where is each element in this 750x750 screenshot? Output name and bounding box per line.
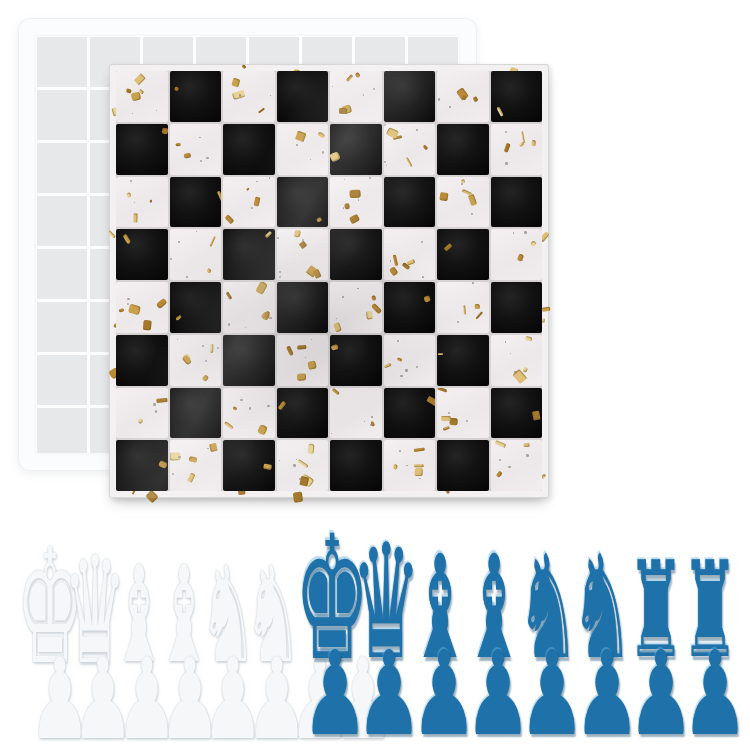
gold-flake — [156, 298, 167, 309]
dark-speck — [170, 258, 172, 260]
gold-flake — [475, 311, 482, 319]
gold-flake — [330, 344, 338, 351]
dark-square — [437, 124, 489, 175]
gold-flake — [475, 304, 480, 309]
dark-square — [491, 388, 543, 439]
gold-flake — [354, 72, 361, 79]
blue-pawn: ♟ — [682, 636, 749, 750]
light-square — [384, 124, 436, 175]
dark-speck — [342, 296, 344, 298]
dark-square — [330, 440, 382, 491]
gold-flake — [297, 459, 309, 468]
dark-speck — [127, 298, 129, 300]
gold-flake — [241, 64, 246, 69]
gold-flake — [330, 152, 341, 162]
dark-speck — [406, 465, 408, 467]
gold-flake — [396, 357, 402, 362]
gold-flake — [438, 353, 443, 355]
dark-square — [491, 282, 543, 333]
dark-speck — [457, 321, 459, 323]
gold-flake — [406, 258, 415, 265]
light-square — [116, 282, 168, 333]
light-square — [330, 282, 382, 333]
gold-flake — [174, 86, 179, 91]
dark-speck — [384, 124, 386, 126]
dark-speck — [513, 232, 515, 234]
gold-flake — [371, 295, 376, 301]
dark-speck — [270, 95, 271, 96]
dark-speck — [269, 317, 272, 320]
gold-flake — [384, 363, 392, 369]
dark-square — [437, 229, 489, 280]
dark-speck — [505, 131, 507, 133]
dark-speck — [421, 241, 423, 243]
dark-speck — [269, 177, 271, 179]
dark-speck — [438, 98, 441, 101]
dark-square — [277, 71, 329, 122]
dark-speck — [279, 276, 281, 278]
dark-square — [223, 124, 275, 175]
light-square — [277, 440, 329, 491]
gold-flake — [297, 374, 306, 381]
gold-flake — [258, 107, 265, 113]
dark-speck — [422, 276, 424, 278]
dark-speck — [526, 454, 529, 457]
dark-speck — [514, 371, 516, 373]
gold-flake — [287, 345, 295, 356]
light-square — [491, 440, 543, 491]
light-square — [437, 177, 489, 228]
dark-speck — [305, 357, 306, 358]
dark-speck — [344, 179, 345, 180]
gold-flake — [415, 468, 423, 476]
gold-flake — [209, 443, 217, 453]
gold-flake — [122, 234, 130, 244]
chessboard-grid — [116, 71, 542, 491]
gold-flake — [217, 190, 221, 201]
gold-flake — [149, 199, 152, 203]
dark-speck — [390, 260, 391, 261]
gold-flake — [414, 464, 424, 467]
light-square — [384, 440, 436, 491]
light-square — [277, 124, 329, 175]
gold-flake — [422, 145, 428, 151]
dark-square — [330, 124, 382, 175]
dark-square — [170, 177, 222, 228]
gold-flake — [118, 308, 124, 312]
dark-speck — [279, 271, 281, 273]
light-square — [170, 229, 222, 280]
gold-flake — [437, 388, 447, 394]
light-square — [223, 177, 275, 228]
dark-speck — [386, 165, 387, 166]
gold-flake — [496, 106, 503, 116]
dark-speck — [277, 237, 279, 239]
gold-flake — [265, 231, 272, 238]
dark-speck — [376, 310, 378, 312]
dark-speck — [130, 180, 132, 182]
dark-speck — [499, 459, 501, 461]
dark-speck — [449, 106, 451, 108]
light-square — [170, 124, 222, 175]
dark-speck — [322, 151, 325, 154]
light-square — [223, 388, 275, 439]
light-square — [170, 440, 222, 491]
light-square — [116, 388, 168, 439]
dark-speck — [369, 177, 371, 179]
gold-flake — [495, 440, 506, 447]
gold-flake — [133, 213, 137, 222]
dark-speck — [373, 88, 375, 90]
dark-speck — [217, 347, 219, 349]
gold-flake — [308, 443, 315, 454]
gold-flake — [128, 304, 141, 315]
dark-square — [491, 71, 543, 122]
light-square — [437, 388, 489, 439]
light-square — [277, 335, 329, 386]
dark-square — [330, 335, 382, 386]
dark-speck — [155, 410, 157, 412]
dark-speck — [127, 303, 129, 305]
dark-square — [384, 71, 436, 122]
gold-flake — [253, 197, 260, 207]
dark-speck — [405, 369, 407, 371]
dark-speck — [363, 94, 364, 95]
dark-square — [116, 124, 168, 175]
gold-flake — [440, 192, 449, 201]
gold-flake — [175, 143, 180, 146]
dark-speck — [510, 353, 511, 354]
light-square — [491, 229, 543, 280]
gold-flake — [130, 91, 141, 101]
dark-speck — [416, 129, 418, 131]
gold-flake — [138, 418, 144, 424]
gold-flake — [524, 443, 530, 447]
gold-flake — [298, 241, 306, 249]
gold-flake — [226, 291, 233, 299]
dark-speck — [178, 456, 181, 459]
gold-flake — [187, 472, 195, 482]
gold-flake — [313, 269, 322, 279]
dark-speck — [522, 260, 523, 261]
gold-flake — [225, 214, 235, 224]
gold-flake — [294, 230, 301, 238]
dark-square — [437, 335, 489, 386]
dark-speck — [331, 433, 332, 434]
gold-flake — [245, 187, 249, 191]
gold-flake — [473, 96, 478, 102]
gold-flake — [155, 397, 167, 402]
gold-flake — [125, 88, 131, 93]
dark-square — [384, 388, 436, 439]
gold-flake — [297, 345, 306, 350]
dark-speck — [397, 340, 399, 342]
dark-speck — [206, 157, 209, 160]
gold-flake — [389, 266, 398, 276]
gold-flake — [441, 415, 452, 421]
light-square — [170, 335, 222, 386]
gold-flake — [158, 460, 168, 469]
gold-flake — [224, 421, 234, 429]
dark-speck — [249, 407, 252, 410]
dark-speck — [172, 473, 174, 475]
gold-flake — [504, 143, 510, 152]
gold-flake — [263, 464, 272, 471]
gold-flake — [182, 355, 192, 365]
gold-flake — [496, 470, 503, 478]
dark-speck — [358, 199, 359, 200]
gold-flake — [346, 74, 354, 82]
light-square — [437, 71, 489, 122]
gold-flake — [202, 374, 209, 381]
gold-flake — [414, 448, 425, 453]
dark-speck — [505, 341, 507, 343]
gold-flake — [176, 315, 183, 321]
gold-flake — [392, 464, 398, 470]
dark-speck — [296, 144, 298, 146]
dark-speck — [384, 161, 386, 163]
gold-flake — [423, 295, 431, 303]
dark-speck — [293, 464, 296, 467]
light-square — [491, 335, 543, 386]
gold-flake — [532, 140, 536, 146]
dark-speck — [419, 478, 420, 479]
light-square — [116, 71, 168, 122]
gold-flake — [134, 73, 146, 85]
dark-speck — [177, 339, 178, 340]
dark-speck — [400, 375, 402, 377]
gold-flake — [307, 360, 317, 369]
gold-flake — [206, 268, 212, 274]
dark-speck — [156, 110, 157, 111]
dark-speck — [466, 420, 468, 422]
gold-flake — [233, 406, 238, 411]
gold-flake — [518, 142, 524, 148]
light-square — [437, 282, 489, 333]
dark-speck — [251, 207, 253, 209]
gold-flake — [295, 131, 307, 143]
gold-flake — [232, 78, 241, 87]
dark-speck — [336, 318, 337, 319]
dark-square — [384, 177, 436, 228]
dark-square — [277, 177, 329, 228]
gold-flake — [349, 214, 360, 224]
dark-square — [384, 282, 436, 333]
gold-flake — [127, 193, 132, 199]
gold-flake — [332, 388, 340, 395]
gold-flake — [189, 456, 198, 463]
dark-speck — [416, 366, 418, 368]
dark-speck — [267, 405, 269, 407]
light-square — [116, 177, 168, 228]
dark-square — [223, 440, 275, 491]
gold-flake — [405, 157, 412, 167]
light-square — [384, 229, 436, 280]
dark-speck — [200, 160, 202, 162]
dark-speck — [245, 327, 246, 328]
gold-flake — [366, 311, 373, 320]
light-square — [223, 71, 275, 122]
dark-speck — [153, 403, 155, 405]
dark-speck — [311, 339, 312, 340]
gold-flake — [146, 490, 159, 503]
dark-speck — [508, 466, 510, 468]
dark-speck — [205, 360, 207, 362]
gold-flake — [541, 307, 550, 312]
gold-flake — [443, 426, 450, 431]
dark-square — [170, 71, 222, 122]
dark-speck — [471, 213, 473, 215]
light-square — [330, 71, 382, 122]
gold-flake — [142, 320, 151, 331]
gold-flake — [468, 194, 477, 206]
dark-square — [223, 229, 275, 280]
gold-flake — [523, 367, 528, 373]
dark-speck — [256, 181, 258, 183]
light-square — [330, 177, 382, 228]
dark-speck — [199, 137, 200, 138]
gold-flake — [256, 282, 268, 295]
gold-flake — [108, 230, 117, 239]
dark-square — [223, 335, 275, 386]
gold-flake — [444, 243, 453, 251]
product-photo-stage: ♚♛♝♝♞♞♟♟♟♟♟♟♟♟♚♛♝♝♞♞♜♜♟♟♟♟♟♟♟♟ — [0, 0, 750, 750]
dark-square — [170, 282, 222, 333]
dark-square — [491, 177, 543, 228]
dark-speck — [178, 241, 180, 243]
dark-speck — [240, 399, 243, 402]
dark-speck — [202, 345, 204, 347]
gold-flake — [210, 343, 213, 352]
dark-speck — [341, 111, 343, 113]
dark-speck — [117, 177, 118, 178]
dark-square — [116, 229, 168, 280]
dark-square — [437, 440, 489, 491]
dark-square — [116, 335, 168, 386]
dark-speck — [132, 113, 133, 114]
gold-flake — [162, 128, 168, 135]
dark-square — [116, 440, 168, 491]
dark-speck — [399, 450, 400, 451]
light-square — [384, 335, 436, 386]
gold-flake — [278, 401, 287, 410]
dark-square — [170, 388, 222, 439]
gold-flake — [209, 236, 216, 247]
dark-square — [277, 388, 329, 439]
dark-speck — [461, 183, 462, 184]
gold-flake — [317, 131, 325, 138]
gold-flake — [530, 241, 537, 248]
gold-flake — [333, 322, 342, 332]
dark-speck — [448, 412, 450, 414]
dark-speck — [186, 276, 188, 278]
dark-speck — [357, 288, 359, 290]
gold-flake — [463, 306, 466, 315]
gold-flake — [426, 396, 435, 407]
resin-chessboard — [109, 64, 549, 498]
dark-square — [330, 229, 382, 280]
gold-flake — [184, 153, 192, 159]
gold-flake — [393, 255, 398, 266]
dark-speck — [207, 448, 208, 449]
dark-square — [277, 282, 329, 333]
dark-speck — [228, 323, 231, 326]
light-square — [277, 229, 329, 280]
dark-speck — [332, 86, 333, 87]
light-square — [223, 282, 275, 333]
dark-speck — [310, 159, 312, 161]
dark-speck — [472, 282, 474, 284]
dark-speck — [364, 421, 365, 422]
gold-flake — [525, 336, 533, 341]
dark-speck — [524, 231, 526, 233]
light-square — [330, 388, 382, 439]
gold-flake — [350, 189, 361, 197]
light-square — [491, 124, 543, 175]
dark-speck — [279, 460, 280, 461]
dark-speck — [134, 202, 135, 203]
gold-flake — [315, 217, 322, 223]
gold-flake — [532, 411, 540, 421]
dark-speck — [196, 231, 197, 232]
gold-flake — [257, 425, 268, 436]
gold-flake — [345, 203, 350, 209]
dark-speck — [505, 162, 507, 164]
dark-speck — [371, 416, 372, 417]
